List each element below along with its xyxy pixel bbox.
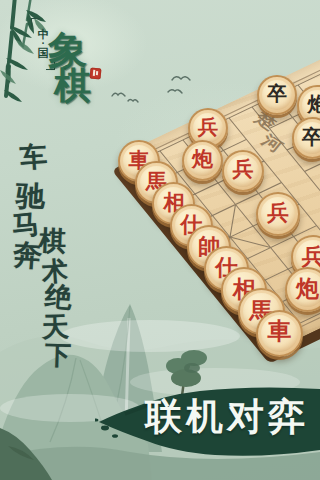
slogan-char-line2: 棋 — [38, 223, 66, 260]
slogan-char-line1: 车 — [19, 138, 48, 176]
river-label-he: 河 — [257, 130, 287, 156]
app-title-char-qi: 棋 — [54, 61, 91, 111]
slogan-char-line2: 天 — [41, 309, 69, 346]
seal-stamp — [90, 68, 102, 80]
app-logo: 中 · 国 象 棋 — [0, 0, 130, 120]
slogan-char-line2: 术 — [41, 253, 69, 290]
slogan-char-line2: 绝 — [43, 278, 73, 316]
corner-foliage — [0, 428, 52, 480]
brand-char: 国 — [38, 46, 49, 61]
online-play-label: 联机对弈 — [137, 395, 317, 439]
slogan-char-line1: 驰 — [15, 176, 46, 217]
slogan-char-line1: 奔 — [12, 235, 44, 277]
splash-screen: 楚 河 汉 界 車馬炮卒卒卒兵兵兵兵兵炮炮車馬相仕帥仕相馬車 — [0, 0, 320, 480]
slogan-char-line2: 下 — [44, 338, 71, 374]
slogan-char-line1: 马 — [10, 206, 41, 245]
online-play-banner-button[interactable]: 联机对弈 — [95, 378, 320, 463]
